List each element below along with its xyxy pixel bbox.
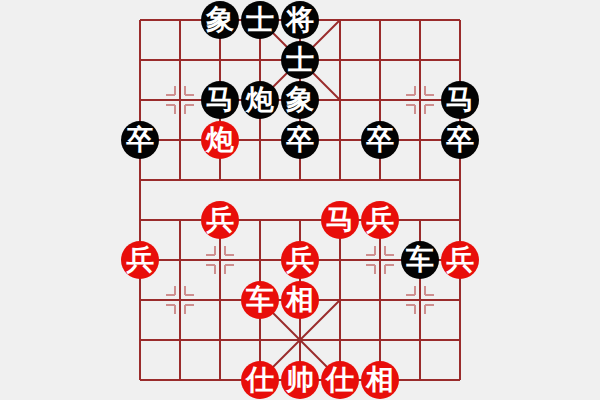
- pieces-layer: 象士将士马炮象马卒卒卒卒车炮兵马兵兵兵兵车相仕帅仕相: [0, 0, 600, 400]
- piece-black-horse[interactable]: 马: [441, 81, 479, 119]
- piece-red-soldier[interactable]: 兵: [361, 201, 399, 239]
- piece-red-soldier[interactable]: 兵: [281, 241, 319, 279]
- piece-black-chariot[interactable]: 车: [401, 241, 439, 279]
- piece-black-cannon[interactable]: 炮: [241, 81, 279, 119]
- xiangqi-board[interactable]: 象士将士马炮象马卒卒卒卒车炮兵马兵兵兵兵车相仕帅仕相: [0, 0, 600, 400]
- piece-red-advisor[interactable]: 仕: [241, 361, 279, 399]
- piece-red-advisor[interactable]: 仕: [321, 361, 359, 399]
- piece-red-elephant[interactable]: 相: [361, 361, 399, 399]
- piece-black-soldier[interactable]: 卒: [361, 121, 399, 159]
- piece-black-advisor[interactable]: 士: [281, 41, 319, 79]
- piece-black-horse[interactable]: 马: [201, 81, 239, 119]
- piece-red-soldier[interactable]: 兵: [441, 241, 479, 279]
- piece-red-chariot[interactable]: 车: [241, 281, 279, 319]
- piece-red-general[interactable]: 帅: [281, 361, 319, 399]
- piece-red-horse[interactable]: 马: [321, 201, 359, 239]
- piece-black-soldier[interactable]: 卒: [281, 121, 319, 159]
- piece-black-soldier[interactable]: 卒: [441, 121, 479, 159]
- piece-red-soldier[interactable]: 兵: [201, 201, 239, 239]
- piece-red-cannon[interactable]: 炮: [201, 121, 239, 159]
- piece-red-elephant[interactable]: 相: [281, 281, 319, 319]
- piece-black-elephant[interactable]: 象: [201, 1, 239, 39]
- piece-black-soldier[interactable]: 卒: [121, 121, 159, 159]
- piece-black-elephant[interactable]: 象: [281, 81, 319, 119]
- piece-black-general[interactable]: 将: [281, 1, 319, 39]
- piece-black-advisor[interactable]: 士: [241, 1, 279, 39]
- piece-red-soldier[interactable]: 兵: [121, 241, 159, 279]
